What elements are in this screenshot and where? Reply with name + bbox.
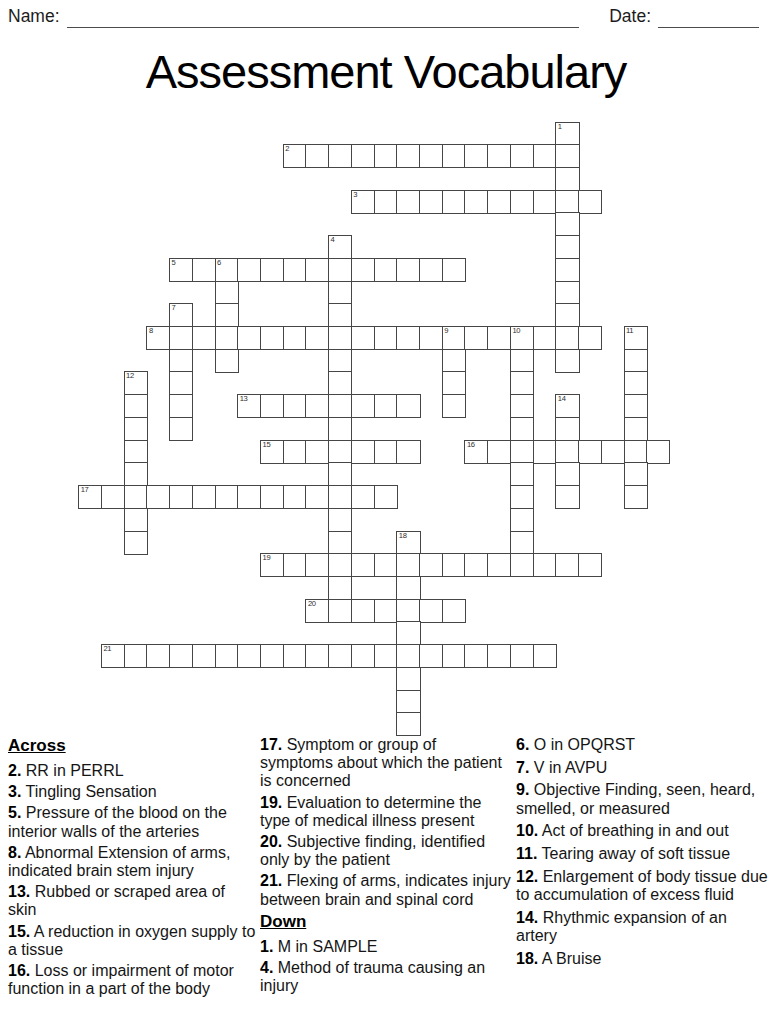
grid-cell[interactable]: 16 [464,440,488,464]
grid-cell[interactable] [464,144,488,168]
grid-cell[interactable] [351,144,375,168]
grid-cell[interactable] [419,144,443,168]
grid-cell[interactable] [510,349,534,373]
grid-cell[interactable] [328,508,352,532]
grid-cell[interactable] [328,303,352,327]
grid-cell[interactable] [328,394,352,418]
grid-cell[interactable]: 20 [305,599,329,623]
grid-cell[interactable] [555,326,579,350]
grid-cell[interactable] [624,485,648,509]
clue-number: 12 [126,372,134,381]
grid-cell[interactable] [510,417,534,441]
grid-cell[interactable] [396,326,420,350]
grid-cell[interactable] [510,531,534,555]
grid-cell[interactable] [351,394,375,418]
grid-cell[interactable] [305,485,329,509]
grid-cell[interactable] [396,258,420,282]
clue-number-label: 10. [516,822,538,839]
grid-cell[interactable] [396,621,420,645]
grid-cell[interactable] [396,553,420,577]
grid-cell[interactable] [510,394,534,418]
clue-number: 5 [172,259,176,268]
grid-cell[interactable] [351,644,375,668]
grid-cell[interactable] [555,190,579,214]
grid-cell[interactable] [215,303,239,327]
clue-number: 14 [558,395,566,404]
grid-cell[interactable]: 21 [101,644,125,668]
clue-number-label: 2. [8,762,21,779]
grid-cell[interactable] [169,371,193,395]
grid-cell[interactable] [124,508,148,532]
clue-column-right: 6. O in OPQRST7. V in AVPU9. Objective F… [516,736,770,972]
clues-header-down: Down [260,912,512,931]
worksheet-page: Name: Date: Assessment Vocabulary 123456… [0,0,772,1024]
grid-cell[interactable] [215,644,239,668]
grid-cell[interactable] [396,599,420,623]
grid-cell[interactable] [374,644,398,668]
grid-cell[interactable] [215,326,239,350]
grid-cell[interactable]: 4 [328,235,352,259]
clue-number-label: 14. [516,909,538,926]
grid-cell[interactable] [442,349,466,373]
grid-cell[interactable] [169,485,193,509]
grid-cell[interactable] [328,599,352,623]
grid-cell[interactable] [283,644,307,668]
grid-cell[interactable] [419,258,443,282]
grid-cell[interactable] [442,258,466,282]
grid-cell[interactable] [624,462,648,486]
grid-cell[interactable] [351,599,375,623]
grid-cell[interactable] [351,553,375,577]
grid-cell[interactable] [555,462,579,486]
clue-7-down: 7. V in AVPU [516,759,770,777]
clue-number: 6 [217,259,221,268]
grid-cell[interactable] [533,644,557,668]
grid-cell[interactable] [169,326,193,350]
grid-cell[interactable] [124,394,148,418]
grid-cell[interactable] [305,394,329,418]
clue-20-across: 20. Subjective finding, identified only … [260,833,512,869]
grid-cell[interactable] [464,553,488,577]
clue-15-across: 15. A reduction in oxygen supply to a ti… [8,923,257,959]
clue-number-label: 21. [260,872,282,889]
clue-11-down: 11. Tearing away of soft tissue [516,845,770,863]
clue-number-label: 12. [516,868,538,885]
grid-cell[interactable] [442,371,466,395]
clue-6-down: 6. O in OPQRST [516,736,770,754]
clue-18-down: 18. A Bruise [516,950,770,968]
grid-cell[interactable] [237,258,261,282]
clue-number: 15 [263,441,271,450]
grid-cell[interactable] [510,440,534,464]
clue-number: 8 [149,327,153,336]
grid-cell[interactable]: 2 [283,144,307,168]
grid-cell[interactable] [328,349,352,373]
grid-cell[interactable] [487,326,511,350]
clue-column-middle: 17. Symptom or group of symptoms about w… [260,736,512,998]
grid-cell[interactable] [328,440,352,464]
clue-number-label: 7. [516,759,529,776]
grid-cell[interactable]: 7 [169,303,193,327]
grid-cell[interactable] [305,326,329,350]
clue-4-down: 4. Method of trauma causing an injury [260,959,512,995]
grid-cell[interactable]: 3 [351,190,375,214]
grid-cell[interactable] [487,190,511,214]
clue-number-label: 15. [8,923,30,940]
grid-cell[interactable] [260,644,284,668]
grid-cell[interactable] [374,190,398,214]
grid-cell[interactable] [487,440,511,464]
grid-cell[interactable] [533,440,557,464]
clue-number: 19 [263,554,271,563]
clue-8-across: 8. Abnormal Extension of arms, indicated… [8,844,257,880]
grid-cell[interactable] [419,553,443,577]
grid-cell[interactable]: 15 [260,440,284,464]
grid-cell[interactable] [555,281,579,305]
clue-2-across: 2. RR in PERRL [8,762,257,780]
clue-number-label: 9. [516,781,529,798]
clue-number: 1 [558,123,562,132]
clue-number-label: 3. [8,783,21,800]
grid-cell[interactable] [328,417,352,441]
grid-cell[interactable] [442,394,466,418]
grid-cell[interactable] [442,644,466,668]
clue-column-left: Across2. RR in PERRL3. Tingling Sensatio… [8,736,257,1001]
grid-cell[interactable]: 19 [260,553,284,577]
grid-cell[interactable] [555,235,579,259]
grid-cell[interactable] [305,644,329,668]
grid-cell[interactable] [192,326,216,350]
grid-cell[interactable] [124,440,148,464]
grid-cell[interactable] [578,553,602,577]
clue-number-label: 18. [516,950,538,967]
grid-cell[interactable] [283,394,307,418]
grid-cell[interactable] [124,485,148,509]
grid-cell[interactable] [237,485,261,509]
grid-cell[interactable] [374,144,398,168]
grid-cell[interactable] [351,485,375,509]
grid-cell[interactable]: 6 [215,258,239,282]
grid-cell[interactable] [260,394,284,418]
grid-cell[interactable] [464,644,488,668]
grid-cell[interactable] [555,417,579,441]
clue-13-across: 13. Rubbed or scraped area of skin [8,883,257,919]
clue-9-down: 9. Objective Finding, seen, heard, smell… [516,781,770,817]
grid-cell[interactable] [351,326,375,350]
clue-number: 9 [444,327,448,336]
grid-cell[interactable] [464,326,488,350]
grid-cell[interactable]: 8 [146,326,170,350]
grid-cell[interactable] [510,508,534,532]
clue-number: 11 [626,327,633,336]
clue-number-label: 8. [8,844,21,861]
grid-cell[interactable] [328,258,352,282]
grid-cell[interactable] [510,644,534,668]
grid-cell[interactable] [419,326,443,350]
grid-cell[interactable] [487,144,511,168]
grid-cell[interactable] [374,553,398,577]
grid-cell[interactable] [419,190,443,214]
grid-cell[interactable] [601,440,625,464]
grid-cell[interactable] [328,576,352,600]
grid-cell[interactable]: 9 [442,326,466,350]
clue-12-down: 12. Enlargement of body tissue due to ac… [516,868,770,904]
grid-cell[interactable] [260,485,284,509]
grid-cell[interactable] [396,190,420,214]
clue-19-across: 19. Evaluation to determine the type of … [260,794,512,830]
grid-cell[interactable] [169,417,193,441]
grid-cell[interactable] [192,258,216,282]
clue-number-label: 1. [260,938,273,955]
grid-cell[interactable] [351,440,375,464]
clue-number: 7 [172,304,176,313]
grid-cell[interactable] [555,485,579,509]
grid-cell[interactable] [260,258,284,282]
grid-cell[interactable] [646,440,670,464]
grid-cell[interactable] [215,485,239,509]
clue-number: 4 [331,236,335,245]
grid-cell[interactable] [328,531,352,555]
grid-cell[interactable] [305,553,329,577]
clue-10-down: 10. Act of breathing in and out [516,822,770,840]
clue-number: 13 [240,395,248,404]
grid-cell[interactable] [510,462,534,486]
grid-cell[interactable] [533,144,557,168]
clue-1-down: 1. M in SAMPLE [260,938,512,956]
grid-cell[interactable] [510,553,534,577]
grid-cell[interactable] [555,349,579,373]
grid-cell[interactable]: 18 [396,531,420,555]
grid-cell[interactable] [555,553,579,577]
grid-cell[interactable] [624,394,648,418]
clue-number-label: 5. [8,804,21,821]
grid-cell[interactable] [374,326,398,350]
clue-3-across: 3. Tingling Sensation [8,783,257,801]
grid-cell[interactable] [328,462,352,486]
grid-cell[interactable] [555,212,579,236]
clue-number-label: 20. [260,833,282,850]
clue-number-label: 11. [516,845,537,862]
clue-number: 21 [103,645,111,654]
grid-cell[interactable] [374,258,398,282]
grid-cell[interactable] [169,644,193,668]
grid-cell[interactable] [192,485,216,509]
grid-cell[interactable] [396,144,420,168]
grid-cell[interactable] [533,326,557,350]
grid-cell[interactable] [237,326,261,350]
grid-cell[interactable] [442,599,466,623]
grid-cell[interactable] [396,644,420,668]
grid-cell[interactable] [146,644,170,668]
grid-cell[interactable] [624,440,648,464]
grid-cell[interactable] [578,326,602,350]
grid-cell[interactable] [578,440,602,464]
clue-21-across: 21. Flexing of arms, indicates injury be… [260,872,512,908]
grid-cell[interactable]: 10 [510,326,534,350]
grid-cell[interactable] [419,599,443,623]
grid-cell[interactable]: 14 [555,394,579,418]
grid-cell[interactable] [328,281,352,305]
grid-cell[interactable] [510,371,534,395]
clue-number-label: 19. [260,794,282,811]
grid-cell[interactable] [464,190,488,214]
grid-cell[interactable] [533,553,557,577]
grid-cell[interactable] [237,644,261,668]
grid-cell[interactable] [192,644,216,668]
grid-cell[interactable] [442,144,466,168]
grid-cell[interactable] [305,258,329,282]
grid-cell[interactable] [419,644,443,668]
grid-cell[interactable] [124,462,148,486]
clues-header-across: Across [8,736,257,755]
grid-cell[interactable] [124,417,148,441]
grid-cell[interactable] [169,349,193,373]
clue-number: 17 [81,486,89,495]
clue-number: 10 [512,327,520,336]
clue-number: 18 [399,532,407,541]
grid-cell[interactable] [328,644,352,668]
grid-cell[interactable] [101,485,125,509]
grid-cell[interactable] [487,644,511,668]
clue-17-across: 17. Symptom or group of symptoms about w… [260,736,512,791]
grid-cell[interactable] [624,371,648,395]
grid-cell[interactable] [169,394,193,418]
grid-cell[interactable] [305,144,329,168]
grid-cell[interactable] [146,485,170,509]
grid-cell[interactable]: 11 [624,326,648,350]
grid-cell[interactable] [328,553,352,577]
grid-cell[interactable] [283,553,307,577]
grid-cell[interactable] [555,167,579,191]
clue-number-label: 6. [516,736,529,753]
grid-cell[interactable] [555,144,579,168]
grid-cell[interactable] [442,190,466,214]
grid-cell[interactable] [442,553,466,577]
clue-number: 20 [308,600,316,609]
crossword-grid: 123456789101112131415161718192021 [0,0,772,740]
grid-cell[interactable]: 12 [124,371,148,395]
grid-cell[interactable] [124,531,148,555]
grid-cell[interactable] [374,599,398,623]
grid-cell[interactable] [283,440,307,464]
grid-cell[interactable] [215,281,239,305]
grid-cell[interactable]: 1 [555,122,579,146]
clue-16-across: 16. Loss or impairment of motor function… [8,962,257,998]
grid-cell[interactable] [396,712,420,736]
grid-cell[interactable] [283,258,307,282]
grid-cell[interactable] [351,258,375,282]
grid-cell[interactable] [510,144,534,168]
grid-cell[interactable] [396,576,420,600]
grid-cell[interactable] [328,485,352,509]
grid-cell[interactable] [328,326,352,350]
grid-cell[interactable] [124,644,148,668]
clue-number-label: 13. [8,883,30,900]
grid-cell[interactable] [374,440,398,464]
grid-cell[interactable]: 5 [169,258,193,282]
grid-cell[interactable] [624,417,648,441]
grid-cell[interactable] [533,190,557,214]
grid-cell[interactable] [374,394,398,418]
grid-cell[interactable] [283,326,307,350]
grid-cell[interactable] [396,667,420,691]
grid-cell[interactable] [555,440,579,464]
grid-cell[interactable] [260,326,284,350]
grid-cell[interactable] [283,485,307,509]
clue-number-label: 16. [8,962,30,979]
grid-cell[interactable]: 17 [78,485,102,509]
grid-cell[interactable] [328,371,352,395]
grid-cell[interactable] [305,440,329,464]
grid-cell[interactable] [624,349,648,373]
grid-cell[interactable] [328,144,352,168]
grid-cell[interactable]: 13 [237,394,261,418]
clue-number-label: 17. [260,736,282,753]
grid-cell[interactable] [215,349,239,373]
grid-cell[interactable] [396,690,420,714]
clue-number: 3 [353,191,357,200]
clue-number: 16 [467,441,475,450]
clue-number-label: 4. [260,959,273,976]
grid-cell[interactable] [555,303,579,327]
clue-number: 2 [285,145,289,154]
grid-cell[interactable] [487,553,511,577]
clue-14-down: 14. Rhythmic expansion of an artery [516,909,770,945]
grid-cell[interactable] [510,190,534,214]
grid-cell[interactable] [578,190,602,214]
grid-cell[interactable] [396,394,420,418]
grid-cell[interactable] [555,258,579,282]
grid-cell[interactable] [396,440,420,464]
clue-5-across: 5. Pressure of the blood on the interior… [8,804,257,840]
grid-cell[interactable] [510,485,534,509]
grid-cell[interactable] [374,485,398,509]
